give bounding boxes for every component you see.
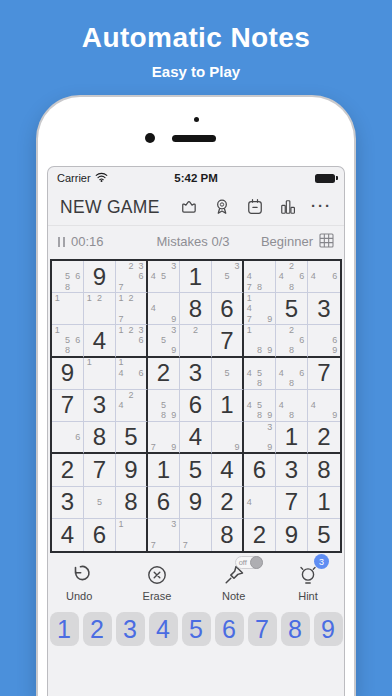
note-toggle-state: off (239, 559, 247, 567)
undo-button[interactable]: Undo (66, 561, 92, 602)
note-digit: 6 (329, 336, 340, 346)
cell-value: 1 (157, 456, 170, 484)
cell-value: 1 (189, 263, 202, 291)
difficulty-area: Beginner (236, 233, 334, 251)
cell-r1c2[interactable]: 9 (84, 261, 116, 293)
note-digit: 2 (190, 325, 200, 335)
battery-area (218, 174, 335, 183)
note-digit: 8 (286, 378, 296, 388)
cell-value: 8 (124, 488, 137, 516)
timer-area: 00:16 (58, 234, 150, 249)
note-digit: 5 (254, 400, 264, 410)
numpad-btn-8[interactable]: 8 (281, 612, 310, 646)
note-digit: 7 (148, 442, 158, 452)
note-digit: 3 (136, 261, 146, 271)
note-digit: 8 (254, 346, 264, 356)
pencil-notes: 189 (244, 325, 275, 355)
cell-r5c4[interactable]: 589 (148, 390, 180, 422)
cell-value: 5 (317, 521, 330, 549)
pencil-notes: 568 (52, 261, 83, 292)
note-digit: 5 (158, 271, 168, 281)
numpad-btn-5[interactable]: 5 (182, 612, 211, 646)
note-digit: 5 (158, 400, 168, 410)
cell-value: 8 (189, 295, 202, 323)
note-digit: 1 (116, 519, 126, 530)
cell-r2c4[interactable]: 49 (148, 293, 180, 325)
note-digit: 8 (254, 411, 264, 421)
cell-r3c9[interactable]: 69 (308, 325, 340, 357)
note-digit: 2 (286, 261, 296, 271)
cell-r1c6[interactable]: 35 (212, 261, 244, 293)
cell-r9c1[interactable]: 4 (52, 519, 84, 551)
daily-challenge-icon[interactable] (245, 197, 265, 217)
pencil-notes: 24 (116, 390, 146, 421)
cell-value: 7 (93, 456, 106, 484)
note-button[interactable]: off Note (222, 561, 246, 602)
cell-r4c8[interactable]: 468 (276, 358, 308, 390)
pencil-notes: 49 (148, 293, 179, 324)
cell-r7c4[interactable]: 1 (148, 454, 180, 486)
note-digit: 8 (158, 411, 168, 421)
cell-r4c7[interactable]: 458 (244, 358, 276, 390)
cell-r9c3[interactable]: 1 (116, 519, 148, 551)
sudoku-board: 5689236734513547824684611212749861479531… (50, 259, 342, 553)
cell-r6c2[interactable]: 8 (84, 422, 116, 454)
note-digit: 3 (169, 261, 179, 271)
note-digit: 4 (244, 400, 254, 410)
cell-value: 7 (220, 327, 233, 355)
pencil-notes: 79 (148, 422, 179, 452)
lightbulb-icon: 3 (296, 561, 320, 587)
numpad-btn-6[interactable]: 6 (215, 612, 244, 646)
cell-r8c2[interactable]: 5 (84, 487, 116, 519)
note-label: Note (222, 590, 246, 602)
cell-r5c6[interactable]: 1 (212, 390, 244, 422)
pencil-notes: 5 (84, 487, 115, 518)
note-digit: 1 (52, 293, 62, 303)
cell-value: 4 (61, 521, 74, 549)
note-digit: 3 (169, 325, 179, 335)
cell-value: 5 (124, 423, 137, 451)
difficulty-label[interactable]: Beginner (261, 234, 313, 249)
cell-r2c1[interactable]: 1 (52, 293, 84, 325)
numpad-btn-1[interactable]: 1 (50, 612, 79, 646)
cell-r5c7[interactable]: 4589 (244, 390, 276, 422)
app-screen: Carrier 5:42 PM NEW GAME (47, 166, 345, 696)
note-digit: 5 (222, 271, 232, 281)
note-digit: 6 (73, 271, 83, 281)
numpad-btn-2[interactable]: 2 (83, 612, 112, 646)
numpad-btn-9[interactable]: 9 (314, 612, 343, 646)
pencil-notes: 1236 (116, 325, 146, 355)
cell-r2c2[interactable]: 12 (84, 293, 116, 325)
pencil-notes: 1 (52, 293, 83, 324)
cell-value: 9 (124, 456, 137, 484)
note-digit: 4 (244, 368, 254, 378)
cell-value: 3 (61, 488, 74, 516)
cell-value: 9 (93, 263, 106, 291)
note-digit: 3 (232, 261, 242, 271)
note-digit: 1 (52, 325, 62, 335)
cell-r7c5[interactable]: 5 (180, 454, 212, 486)
note-digit: 9 (265, 442, 275, 452)
cell-r4c1[interactable]: 9 (52, 358, 84, 390)
note-digit: 8 (254, 378, 264, 388)
cell-r7c8[interactable]: 3 (276, 454, 308, 486)
cell-value: 9 (189, 488, 202, 516)
statistics-icon[interactable] (278, 197, 298, 217)
pencil-notes: 345 (148, 261, 179, 292)
note-digit: 6 (297, 271, 307, 281)
note-digit: 1 (84, 358, 94, 368)
cell-r4c4[interactable]: 2 (148, 358, 180, 390)
note-digit: 4 (148, 304, 158, 314)
pencil-notes: 9 (212, 422, 242, 452)
note-digit: 8 (286, 282, 296, 292)
cell-value: 8 (317, 456, 330, 484)
cell-value: 9 (285, 521, 298, 549)
crown-icon[interactable] (179, 197, 199, 217)
cell-r3c7[interactable]: 189 (244, 325, 276, 357)
status-bar: Carrier 5:42 PM (48, 167, 344, 189)
cell-r3c6[interactable]: 7 (212, 325, 244, 357)
note-digit: 4 (308, 400, 319, 410)
cell-r1c3[interactable]: 2367 (116, 261, 148, 293)
cell-r4c9[interactable]: 7 (308, 358, 340, 390)
cell-value: 2 (220, 488, 233, 516)
pencil-notes: 468 (276, 358, 307, 389)
cell-r2c8[interactable]: 5 (276, 293, 308, 325)
cell-r6c4[interactable]: 79 (148, 422, 180, 454)
numpad-btn-7[interactable]: 7 (248, 612, 277, 646)
cell-value: 9 (61, 359, 74, 387)
cell-r3c2[interactable]: 4 (84, 325, 116, 357)
app-store-screenshot: Automatic Notes Easy to Play Carrier 5:4… (0, 0, 392, 696)
cell-value: 3 (317, 295, 330, 323)
note-digit: 4 (148, 271, 158, 281)
numpad-btn-4[interactable]: 4 (149, 612, 178, 646)
cell-r3c3[interactable]: 1236 (116, 325, 148, 357)
pencil-notes: 2367 (116, 261, 146, 292)
note-digit: 7 (244, 282, 254, 292)
pencil-notes: 1479 (244, 293, 275, 324)
note-digit: 8 (62, 346, 72, 356)
erase-button[interactable]: Erase (143, 561, 172, 602)
mistakes-counter: Mistakes 0/3 (150, 234, 236, 249)
carrier-label: Carrier (57, 172, 91, 184)
note-digit: 2 (286, 325, 296, 335)
page-title: NEW GAME (60, 197, 179, 218)
cell-r5c1[interactable]: 7 (52, 390, 84, 422)
note-toggle[interactable]: off (235, 556, 263, 569)
cell-value: 5 (189, 456, 202, 484)
cell-r9c4[interactable]: 37 (148, 519, 180, 551)
note-digit: 4 (116, 368, 126, 378)
note-digit: 9 (169, 346, 179, 356)
cell-r6c8[interactable]: 1 (276, 422, 308, 454)
cell-r5c9[interactable]: 49 (308, 390, 340, 422)
cell-value: 6 (189, 391, 202, 419)
pencil-notes: 268 (276, 325, 307, 355)
cell-r8c7[interactable]: 4 (244, 487, 276, 519)
pencil-notes: 46 (308, 261, 340, 292)
pencil-notes: 1 (84, 358, 115, 389)
cell-r7c1[interactable]: 2 (52, 454, 84, 486)
note-digit: 6 (136, 336, 146, 346)
pencil-notes: 39 (244, 422, 275, 452)
pencil-notes: 458 (244, 358, 275, 389)
cell-r2c9[interactable]: 3 (308, 293, 340, 325)
erase-icon (143, 561, 172, 587)
cell-r9c6[interactable]: 8 (212, 519, 244, 551)
note-digit: 4 (276, 368, 286, 378)
pencil-notes: 35 (212, 261, 242, 292)
note-digit: 7 (244, 314, 254, 324)
cell-r8c3[interactable]: 8 (116, 487, 148, 519)
cell-r5c3[interactable]: 24 (116, 390, 148, 422)
cell-value: 2 (61, 456, 74, 484)
cell-value: 6 (253, 456, 266, 484)
cell-r7c2[interactable]: 7 (84, 454, 116, 486)
cell-r9c7[interactable]: 2 (244, 519, 276, 551)
undo-label: Undo (66, 590, 92, 602)
cell-r1c1[interactable]: 568 (52, 261, 84, 293)
pencil-notes: 6 (52, 422, 83, 452)
note-digit: 9 (169, 442, 179, 452)
cell-r4c3[interactable]: 146 (116, 358, 148, 390)
wifi-icon (95, 172, 108, 184)
note-digit: 5 (62, 336, 72, 346)
erase-label: Erase (143, 590, 172, 602)
cell-value: 4 (220, 456, 233, 484)
front-camera (145, 133, 155, 143)
cell-value: 5 (285, 295, 298, 323)
hint-label: Hint (296, 590, 320, 602)
cell-value: 4 (93, 327, 106, 355)
cell-r2c6[interactable]: 6 (212, 293, 244, 325)
pencil-notes: 5 (212, 358, 242, 389)
note-digit: 9 (265, 411, 275, 421)
cell-r3c5[interactable]: 2 (180, 325, 212, 357)
cell-r6c9[interactable]: 2 (308, 422, 340, 454)
note-digit: 7 (116, 314, 126, 324)
cell-value: 8 (93, 423, 106, 451)
note-digit: 1 (116, 325, 126, 335)
cell-r9c8[interactable]: 9 (276, 519, 308, 551)
cell-r7c3[interactable]: 9 (116, 454, 148, 486)
cell-r5c8[interactable]: 48 (276, 390, 308, 422)
note-digit: 8 (286, 346, 296, 356)
note-digit: 4 (276, 400, 286, 410)
note-digit: 1 (244, 325, 254, 335)
note-digit: 9 (169, 314, 179, 324)
undo-icon (66, 561, 92, 587)
cell-r6c3[interactable]: 5 (116, 422, 148, 454)
note-digit: 2 (94, 293, 104, 303)
pencil-notes: 49 (308, 390, 340, 421)
note-digit: 5 (222, 368, 232, 378)
numpad-btn-3[interactable]: 3 (116, 612, 145, 646)
note-digit: 8 (254, 282, 264, 292)
cell-value: 7 (61, 391, 74, 419)
note-digit: 5 (94, 497, 104, 507)
note-digit: 6 (297, 368, 307, 378)
note-digit: 3 (169, 519, 179, 530)
note-digit: 2 (126, 390, 136, 400)
toggle-knob (250, 556, 263, 569)
note-digit: 1 (84, 293, 94, 303)
cell-value: 1 (220, 391, 233, 419)
cell-value: 4 (189, 423, 202, 451)
note-digit: 2 (126, 293, 136, 303)
cell-r1c5[interactable]: 1 (180, 261, 212, 293)
more-icon[interactable]: ··· (311, 198, 332, 217)
cell-r8c9[interactable]: 1 (308, 487, 340, 519)
cell-r2c5[interactable]: 8 (180, 293, 212, 325)
pencil-notes: 48 (276, 390, 307, 421)
cell-r1c8[interactable]: 2468 (276, 261, 308, 293)
cell-r7c9[interactable]: 8 (308, 454, 340, 486)
note-digit: 2 (126, 325, 136, 335)
note-digit: 4 (276, 271, 286, 281)
note-digit: 9 (232, 442, 242, 452)
hint-button[interactable]: 3 Hint (296, 561, 320, 602)
note-digit: 5 (158, 336, 168, 346)
cell-r4c2[interactable]: 1 (84, 358, 116, 390)
cell-r1c9[interactable]: 46 (308, 261, 340, 293)
cell-value: 2 (253, 521, 266, 549)
grid-icon[interactable] (319, 233, 334, 251)
cell-value: 7 (317, 359, 330, 387)
cell-r4c6[interactable]: 5 (212, 358, 244, 390)
cell-r8c4[interactable]: 6 (148, 487, 180, 519)
note-digit: 9 (329, 346, 340, 356)
hero-banner: Automatic Notes Easy to Play (0, 0, 392, 80)
cell-r9c5[interactable]: 7 (180, 519, 212, 551)
hint-count-badge: 3 (314, 554, 329, 569)
cell-r3c8[interactable]: 268 (276, 325, 308, 357)
note-digit: 7 (180, 540, 190, 551)
cell-r6c1[interactable]: 6 (52, 422, 84, 454)
note-digit: 8 (62, 282, 72, 292)
numpad: 123456789 (48, 612, 344, 646)
note-digit: 1 (116, 358, 126, 368)
cell-r3c1[interactable]: 1568 (52, 325, 84, 357)
note-digit: 9 (265, 314, 275, 324)
note-digit: 9 (329, 411, 340, 421)
pencil-notes: 4589 (244, 390, 275, 421)
timer-value: 00:16 (71, 234, 104, 249)
note-digit: 4 (244, 271, 254, 281)
cell-value: 3 (93, 391, 106, 419)
cell-r6c5[interactable]: 4 (180, 422, 212, 454)
cell-value: 3 (189, 359, 202, 387)
cell-r5c5[interactable]: 6 (180, 390, 212, 422)
phone-frame: Carrier 5:42 PM NEW GAME (36, 95, 356, 696)
cell-value: 2 (157, 359, 170, 387)
cell-r8c8[interactable]: 7 (276, 487, 308, 519)
note-digit: 6 (136, 271, 146, 281)
clock: 5:42 PM (174, 172, 217, 184)
nav-bar: NEW GAME ··· (48, 189, 344, 225)
cell-r1c7[interactable]: 478 (244, 261, 276, 293)
earpiece-speaker (172, 135, 216, 142)
note-digit: 4 (244, 304, 254, 314)
cell-r9c9[interactable]: 5 (308, 519, 340, 551)
proximity-sensor-dot (194, 117, 199, 122)
pencil-notes: 1568 (52, 325, 83, 355)
nav-icon-group: ··· (179, 197, 332, 217)
note-digit: 4 (244, 497, 254, 507)
pencil-notes: 69 (308, 325, 340, 355)
game-info-row: 00:16 Mistakes 0/3 Beginner (48, 225, 344, 257)
pencil-notes: 1 (116, 519, 146, 551)
battery-icon (315, 174, 335, 183)
pencil-notes: 127 (116, 293, 146, 324)
note-digit: 7 (148, 540, 158, 551)
cell-value: 1 (285, 423, 298, 451)
cell-r2c3[interactable]: 127 (116, 293, 148, 325)
carrier-area: Carrier (57, 172, 174, 184)
cell-value: 1 (317, 488, 330, 516)
note-digit: 6 (73, 432, 83, 442)
cell-r7c7[interactable]: 6 (244, 454, 276, 486)
cell-value: 7 (285, 488, 298, 516)
cell-value: 6 (93, 521, 106, 549)
cell-r2c7[interactable]: 1479 (244, 293, 276, 325)
pencil-notes: 589 (148, 390, 179, 421)
cell-r9c2[interactable]: 6 (84, 519, 116, 551)
note-digit: 9 (169, 411, 179, 421)
cell-r5c2[interactable]: 3 (84, 390, 116, 422)
cell-r8c5[interactable]: 9 (180, 487, 212, 519)
pencil-notes: 12 (84, 293, 115, 324)
medal-icon[interactable] (212, 197, 232, 217)
cell-r8c6[interactable]: 2 (212, 487, 244, 519)
pencil-notes: 2 (180, 325, 211, 355)
note-digit: 5 (254, 368, 264, 378)
cell-r3c4[interactable]: 359 (148, 325, 180, 357)
note-digit: 3 (265, 422, 275, 432)
cell-value: 6 (157, 488, 170, 516)
note-digit: 1 (116, 293, 126, 303)
note-digit: 7 (116, 282, 126, 292)
note-digit: 6 (297, 336, 307, 346)
note-digit: 4 (308, 271, 319, 281)
cell-value: 8 (220, 521, 233, 549)
cell-r6c7[interactable]: 39 (244, 422, 276, 454)
note-digit: 6 (136, 368, 146, 378)
note-digit: 4 (116, 400, 126, 410)
cell-r4c5[interactable]: 3 (180, 358, 212, 390)
note-digit: 3 (136, 325, 146, 335)
note-digit: 5 (62, 271, 72, 281)
cell-r1c4[interactable]: 345 (148, 261, 180, 293)
note-digit: 6 (73, 336, 83, 346)
cell-r8c1[interactable]: 3 (52, 487, 84, 519)
toolbar: Undo Erase off Note (48, 561, 344, 602)
cell-r7c6[interactable]: 4 (212, 454, 244, 486)
pause-icon[interactable] (58, 237, 65, 247)
hero-title: Automatic Notes (0, 22, 392, 54)
note-digit: 8 (286, 411, 296, 421)
pencil-notes: 359 (148, 325, 179, 355)
pencil-notes: 146 (116, 358, 146, 389)
pencil-notes: 37 (148, 519, 179, 551)
cell-value: 2 (317, 423, 330, 451)
cell-r6c6[interactable]: 9 (212, 422, 244, 454)
note-digit: 6 (329, 271, 340, 281)
